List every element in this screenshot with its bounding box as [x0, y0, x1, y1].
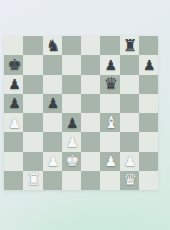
piece-white-rook-b1[interactable]: ♜ — [27, 172, 41, 188]
square-f2[interactable]: ♟ — [100, 152, 119, 171]
piece-black-knight-c8[interactable]: ♞ — [46, 38, 60, 54]
piece-white-king-d2[interactable]: ♚ — [65, 153, 79, 169]
square-g6[interactable] — [120, 75, 139, 94]
piece-white-pawn-d3[interactable]: ♟ — [66, 135, 79, 149]
square-c8[interactable]: ♞ — [43, 36, 62, 55]
square-e7[interactable] — [81, 55, 100, 74]
square-c6[interactable] — [43, 75, 62, 94]
square-f4[interactable]: ♝ — [100, 113, 119, 132]
square-a7[interactable]: ♚ — [4, 55, 23, 74]
square-b3[interactable] — [23, 132, 42, 151]
square-f7[interactable]: ♟ — [100, 55, 119, 74]
square-b7[interactable] — [23, 55, 42, 74]
square-e1[interactable] — [81, 171, 100, 190]
square-h1[interactable] — [139, 171, 158, 190]
square-d8[interactable] — [62, 36, 81, 55]
square-g1[interactable]: ♛ — [120, 171, 139, 190]
square-f6[interactable]: ♛ — [100, 75, 119, 94]
square-c5[interactable]: ♟ — [43, 94, 62, 113]
square-e3[interactable] — [81, 132, 100, 151]
square-a5[interactable]: ♟ — [4, 94, 23, 113]
square-h8[interactable] — [139, 36, 158, 55]
square-h6[interactable] — [139, 75, 158, 94]
square-f3[interactable] — [100, 132, 119, 151]
square-b1[interactable]: ♜ — [23, 171, 42, 190]
square-e6[interactable] — [81, 75, 100, 94]
piece-black-queen-f6[interactable]: ♛ — [104, 76, 118, 92]
piece-black-pawn-f7[interactable]: ♟ — [105, 58, 118, 72]
square-d7[interactable] — [62, 55, 81, 74]
square-h3[interactable] — [139, 132, 158, 151]
square-f1[interactable] — [100, 171, 119, 190]
square-a1[interactable] — [4, 171, 23, 190]
square-h4[interactable] — [139, 113, 158, 132]
square-h2[interactable] — [139, 152, 158, 171]
square-a2[interactable] — [4, 152, 23, 171]
square-c7[interactable] — [43, 55, 62, 74]
square-f8[interactable] — [100, 36, 119, 55]
piece-white-pawn-g2[interactable]: ♟ — [124, 154, 137, 168]
square-d1[interactable] — [62, 171, 81, 190]
square-b5[interactable] — [23, 94, 42, 113]
piece-black-pawn-c5[interactable]: ♟ — [47, 96, 60, 110]
piece-black-pawn-a6[interactable]: ♟ — [8, 77, 21, 91]
square-b6[interactable] — [23, 75, 42, 94]
app-screen: ♞♜♚♟♟♟♛♟♟♟♟♝♟♟♚♟♟♜♛ — [0, 0, 170, 230]
square-e8[interactable] — [81, 36, 100, 55]
square-a6[interactable]: ♟ — [4, 75, 23, 94]
square-g7[interactable] — [120, 55, 139, 74]
piece-black-pawn-d4[interactable]: ♟ — [66, 116, 79, 130]
square-c4[interactable] — [43, 113, 62, 132]
square-d3[interactable]: ♟ — [62, 132, 81, 151]
square-b8[interactable] — [23, 36, 42, 55]
chess-board: ♞♜♚♟♟♟♛♟♟♟♟♝♟♟♚♟♟♜♛ — [4, 36, 158, 190]
piece-white-pawn-f2[interactable]: ♟ — [105, 154, 118, 168]
piece-black-rook-g8[interactable]: ♜ — [123, 38, 137, 54]
square-c3[interactable] — [43, 132, 62, 151]
square-c2[interactable]: ♟ — [43, 152, 62, 171]
piece-white-bishop-f4[interactable]: ♝ — [104, 115, 118, 131]
square-h5[interactable] — [139, 94, 158, 113]
square-g8[interactable]: ♜ — [120, 36, 139, 55]
square-d2[interactable]: ♚ — [62, 152, 81, 171]
square-g4[interactable] — [120, 113, 139, 132]
piece-white-queen-g1[interactable]: ♛ — [123, 172, 137, 188]
square-b2[interactable] — [23, 152, 42, 171]
square-b4[interactable] — [23, 113, 42, 132]
square-f5[interactable] — [100, 94, 119, 113]
square-e4[interactable] — [81, 113, 100, 132]
square-g2[interactable]: ♟ — [120, 152, 139, 171]
square-d6[interactable] — [62, 75, 81, 94]
square-a8[interactable] — [4, 36, 23, 55]
piece-black-pawn-a5[interactable]: ♟ — [8, 96, 21, 110]
piece-white-pawn-c2[interactable]: ♟ — [47, 154, 60, 168]
square-a4[interactable]: ♟ — [4, 113, 23, 132]
square-g3[interactable] — [120, 132, 139, 151]
square-d5[interactable] — [62, 94, 81, 113]
piece-black-pawn-h7[interactable]: ♟ — [143, 58, 156, 72]
piece-black-king-a7[interactable]: ♚ — [7, 57, 21, 73]
square-d4[interactable]: ♟ — [62, 113, 81, 132]
piece-white-pawn-a4[interactable]: ♟ — [8, 116, 21, 130]
square-c1[interactable] — [43, 171, 62, 190]
square-g5[interactable] — [120, 94, 139, 113]
square-e2[interactable] — [81, 152, 100, 171]
square-a3[interactable] — [4, 132, 23, 151]
square-h7[interactable]: ♟ — [139, 55, 158, 74]
square-e5[interactable] — [81, 94, 100, 113]
